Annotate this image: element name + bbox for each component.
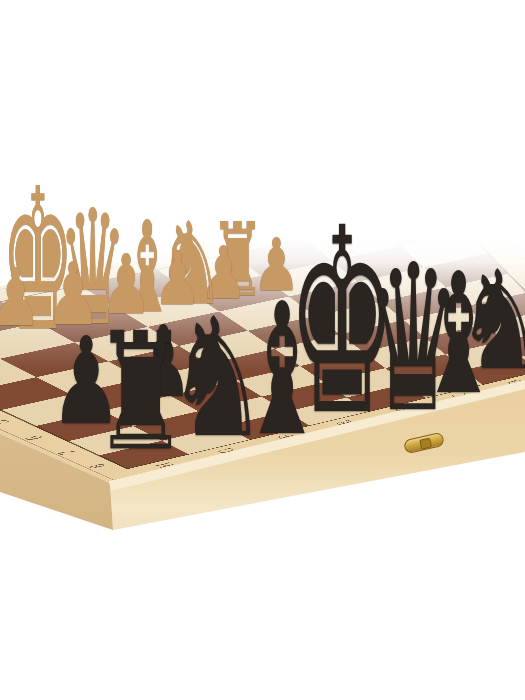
chessboard-photo: 12345678HGFEDCBA ♟♚♟♛♟♝♟♞♟♜♟♞♝♟♚♛♟♝♞♜ [0,0,525,700]
rank-label-text: 7 [53,449,79,456]
rank-label-text: 8 [84,463,110,470]
clasp-latch-plate [419,438,432,450]
rank-label-text: 5 [0,419,14,427]
rank-label-text: 6 [20,434,48,441]
